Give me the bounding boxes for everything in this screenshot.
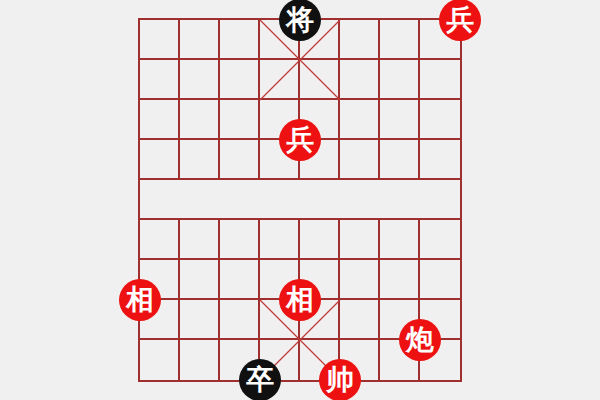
point-marker: [288, 248, 312, 272]
piece-red-elephant-b[interactable]: 相: [279, 279, 321, 321]
point-marker: [368, 248, 392, 272]
piece-red-cannon[interactable]: 炮: [399, 319, 441, 361]
piece-red-soldier-a[interactable]: 兵: [439, 0, 481, 41]
piece-glyph: 炮: [406, 326, 434, 354]
piece-glyph: 卒: [246, 366, 274, 394]
point-marker: [448, 248, 472, 272]
point-marker: [408, 288, 432, 312]
point-marker: [368, 128, 392, 152]
piece-red-soldier-b[interactable]: 兵: [279, 119, 321, 161]
piece-glyph: 帅: [326, 366, 354, 394]
piece-glyph: 兵: [446, 6, 474, 34]
piece-glyph: 兵: [286, 126, 314, 154]
point-marker: [128, 248, 152, 272]
point-marker: [128, 128, 152, 152]
xiangqi-diagram: 将兵兵相相炮卒帅: [0, 0, 600, 400]
piece-glyph: 相: [126, 286, 154, 314]
piece-red-elephant-a[interactable]: 相: [119, 279, 161, 321]
piece-glyph: 相: [286, 286, 314, 314]
point-marker: [448, 128, 472, 152]
piece-black-soldier[interactable]: 卒: [239, 359, 281, 400]
point-marker: [408, 88, 432, 112]
point-marker: [168, 288, 192, 312]
point-marker: [208, 248, 232, 272]
piece-red-general[interactable]: 帅: [319, 359, 361, 400]
piece-glyph: 将: [286, 6, 314, 34]
piece-black-general[interactable]: 将: [279, 0, 321, 41]
point-marker: [208, 128, 232, 152]
board-overlay: 将兵兵相相炮卒帅: [140, 20, 460, 380]
point-marker: [168, 88, 192, 112]
